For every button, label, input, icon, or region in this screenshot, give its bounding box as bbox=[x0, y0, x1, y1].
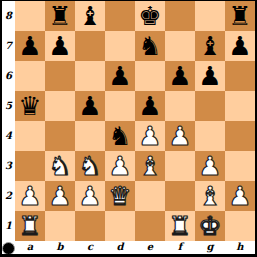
piece-white-pawn[interactable]: ♟ bbox=[75, 181, 105, 211]
square-e4[interactable]: ♟ bbox=[135, 121, 165, 151]
square-g8[interactable] bbox=[195, 1, 225, 31]
square-d3[interactable]: ♟ bbox=[105, 151, 135, 181]
piece-white-pawn[interactable]: ♟ bbox=[195, 151, 225, 181]
square-g7[interactable]: ♝ bbox=[195, 31, 225, 61]
rank-label-6: 6 bbox=[2, 61, 15, 91]
rank-labels-column: 87654321 bbox=[2, 1, 15, 241]
square-h2[interactable]: ♟ bbox=[225, 181, 255, 211]
square-a2[interactable]: ♟ bbox=[15, 181, 45, 211]
piece-black-rook[interactable]: ♜ bbox=[225, 1, 255, 31]
rank-label-5: 5 bbox=[2, 91, 15, 121]
square-b6[interactable] bbox=[45, 61, 75, 91]
piece-black-knight[interactable]: ♞ bbox=[105, 121, 135, 151]
piece-black-bishop[interactable]: ♝ bbox=[195, 31, 225, 61]
square-f1[interactable]: ♜ bbox=[165, 211, 195, 241]
square-c5[interactable]: ♟ bbox=[75, 91, 105, 121]
square-h7[interactable]: ♟ bbox=[225, 31, 255, 61]
square-h3[interactable] bbox=[225, 151, 255, 181]
piece-white-bishop[interactable]: ♝ bbox=[195, 181, 225, 211]
square-d6[interactable]: ♟ bbox=[105, 61, 135, 91]
square-d4[interactable]: ♞ bbox=[105, 121, 135, 151]
square-f7[interactable] bbox=[165, 31, 195, 61]
piece-black-pawn[interactable]: ♟ bbox=[75, 91, 105, 121]
square-g3[interactable]: ♟ bbox=[195, 151, 225, 181]
piece-white-pawn[interactable]: ♟ bbox=[225, 181, 255, 211]
square-c8[interactable]: ♝ bbox=[75, 1, 105, 31]
square-h4[interactable] bbox=[225, 121, 255, 151]
square-h6[interactable] bbox=[225, 61, 255, 91]
piece-black-knight[interactable]: ♞ bbox=[135, 31, 165, 61]
square-b1[interactable] bbox=[45, 211, 75, 241]
square-f6[interactable]: ♟ bbox=[165, 61, 195, 91]
rank-label-1: 1 bbox=[2, 211, 15, 241]
piece-white-queen[interactable]: ♛ bbox=[105, 181, 135, 211]
square-c7[interactable] bbox=[75, 31, 105, 61]
square-b7[interactable]: ♟ bbox=[45, 31, 75, 61]
rank-label-4: 4 bbox=[2, 121, 15, 151]
piece-white-pawn[interactable]: ♟ bbox=[45, 181, 75, 211]
rank-label-3: 3 bbox=[2, 151, 15, 181]
square-e5[interactable]: ♟ bbox=[135, 91, 165, 121]
black-to-move-indicator bbox=[2, 242, 15, 255]
piece-black-pawn[interactable]: ♟ bbox=[15, 31, 45, 61]
file-label-a: a bbox=[15, 241, 45, 254]
square-e1[interactable] bbox=[135, 211, 165, 241]
square-d8[interactable] bbox=[105, 1, 135, 31]
piece-white-pawn[interactable]: ♟ bbox=[135, 121, 165, 151]
piece-white-king[interactable]: ♚ bbox=[195, 211, 225, 241]
square-d2[interactable]: ♛ bbox=[105, 181, 135, 211]
square-d7[interactable] bbox=[105, 31, 135, 61]
piece-black-bishop[interactable]: ♝ bbox=[75, 1, 105, 31]
piece-black-pawn[interactable]: ♟ bbox=[135, 91, 165, 121]
square-a1[interactable]: ♜ bbox=[15, 211, 45, 241]
piece-white-pawn[interactable]: ♟ bbox=[15, 181, 45, 211]
square-h8[interactable]: ♜ bbox=[225, 1, 255, 31]
piece-white-pawn[interactable]: ♟ bbox=[105, 151, 135, 181]
square-a3[interactable] bbox=[15, 151, 45, 181]
rank-label-2: 2 bbox=[2, 181, 15, 211]
rank-label-7: 7 bbox=[2, 31, 15, 61]
piece-white-rook[interactable]: ♜ bbox=[15, 211, 45, 241]
square-a7[interactable]: ♟ bbox=[15, 31, 45, 61]
square-e3[interactable]: ♝ bbox=[135, 151, 165, 181]
chess-board-frame: 87654321 ♜♝♚♜♟♟♞♝♟♟♟♟♛♟♟♞♟♟♞♞♟♝♟♟♟♟♛♝♟♜♜… bbox=[0, 0, 257, 257]
square-g4[interactable] bbox=[195, 121, 225, 151]
file-label-g: g bbox=[195, 241, 225, 254]
square-f3[interactable] bbox=[165, 151, 195, 181]
piece-white-knight[interactable]: ♞ bbox=[75, 151, 105, 181]
file-label-d: d bbox=[105, 241, 135, 254]
square-c4[interactable] bbox=[75, 121, 105, 151]
piece-black-queen[interactable]: ♛ bbox=[15, 91, 45, 121]
file-label-e: e bbox=[135, 241, 165, 254]
piece-white-knight[interactable]: ♞ bbox=[45, 151, 75, 181]
square-b5[interactable] bbox=[45, 91, 75, 121]
square-h5[interactable] bbox=[225, 91, 255, 121]
square-a5[interactable]: ♛ bbox=[15, 91, 45, 121]
square-d1[interactable] bbox=[105, 211, 135, 241]
rank-label-8: 8 bbox=[2, 1, 15, 31]
square-f5[interactable] bbox=[165, 91, 195, 121]
file-label-b: b bbox=[45, 241, 75, 254]
square-a4[interactable] bbox=[15, 121, 45, 151]
square-b4[interactable] bbox=[45, 121, 75, 151]
square-e6[interactable] bbox=[135, 61, 165, 91]
square-e7[interactable]: ♞ bbox=[135, 31, 165, 61]
square-b2[interactable]: ♟ bbox=[45, 181, 75, 211]
square-g6[interactable]: ♟ bbox=[195, 61, 225, 91]
piece-black-pawn[interactable]: ♟ bbox=[225, 31, 255, 61]
square-b8[interactable]: ♜ bbox=[45, 1, 75, 31]
piece-black-pawn[interactable]: ♟ bbox=[165, 61, 195, 91]
file-label-f: f bbox=[165, 241, 195, 254]
square-e2[interactable] bbox=[135, 181, 165, 211]
square-d5[interactable] bbox=[105, 91, 135, 121]
square-f8[interactable] bbox=[165, 1, 195, 31]
piece-white-bishop[interactable]: ♝ bbox=[135, 151, 165, 181]
square-c3[interactable]: ♞ bbox=[75, 151, 105, 181]
file-label-c: c bbox=[75, 241, 105, 254]
piece-black-rook[interactable]: ♜ bbox=[45, 1, 75, 31]
file-label-h: h bbox=[225, 241, 255, 254]
square-f4[interactable]: ♟ bbox=[165, 121, 195, 151]
square-c2[interactable]: ♟ bbox=[75, 181, 105, 211]
square-g2[interactable]: ♝ bbox=[195, 181, 225, 211]
piece-white-pawn[interactable]: ♟ bbox=[165, 121, 195, 151]
file-labels-row: abcdefgh bbox=[15, 241, 255, 254]
piece-white-rook[interactable]: ♜ bbox=[165, 211, 195, 241]
piece-black-king[interactable]: ♚ bbox=[135, 1, 165, 31]
piece-black-pawn[interactable]: ♟ bbox=[105, 61, 135, 91]
square-g5[interactable] bbox=[195, 91, 225, 121]
square-a6[interactable] bbox=[15, 61, 45, 91]
piece-black-pawn[interactable]: ♟ bbox=[45, 31, 75, 61]
square-e8[interactable]: ♚ bbox=[135, 1, 165, 31]
piece-black-pawn[interactable]: ♟ bbox=[195, 61, 225, 91]
square-h1[interactable] bbox=[225, 211, 255, 241]
chess-board[interactable]: ♜♝♚♜♟♟♞♝♟♟♟♟♛♟♟♞♟♟♞♞♟♝♟♟♟♟♛♝♟♜♜♚ bbox=[15, 1, 255, 241]
square-b3[interactable]: ♞ bbox=[45, 151, 75, 181]
square-c1[interactable] bbox=[75, 211, 105, 241]
square-g1[interactable]: ♚ bbox=[195, 211, 225, 241]
square-c6[interactable] bbox=[75, 61, 105, 91]
square-a8[interactable] bbox=[15, 1, 45, 31]
square-f2[interactable] bbox=[165, 181, 195, 211]
